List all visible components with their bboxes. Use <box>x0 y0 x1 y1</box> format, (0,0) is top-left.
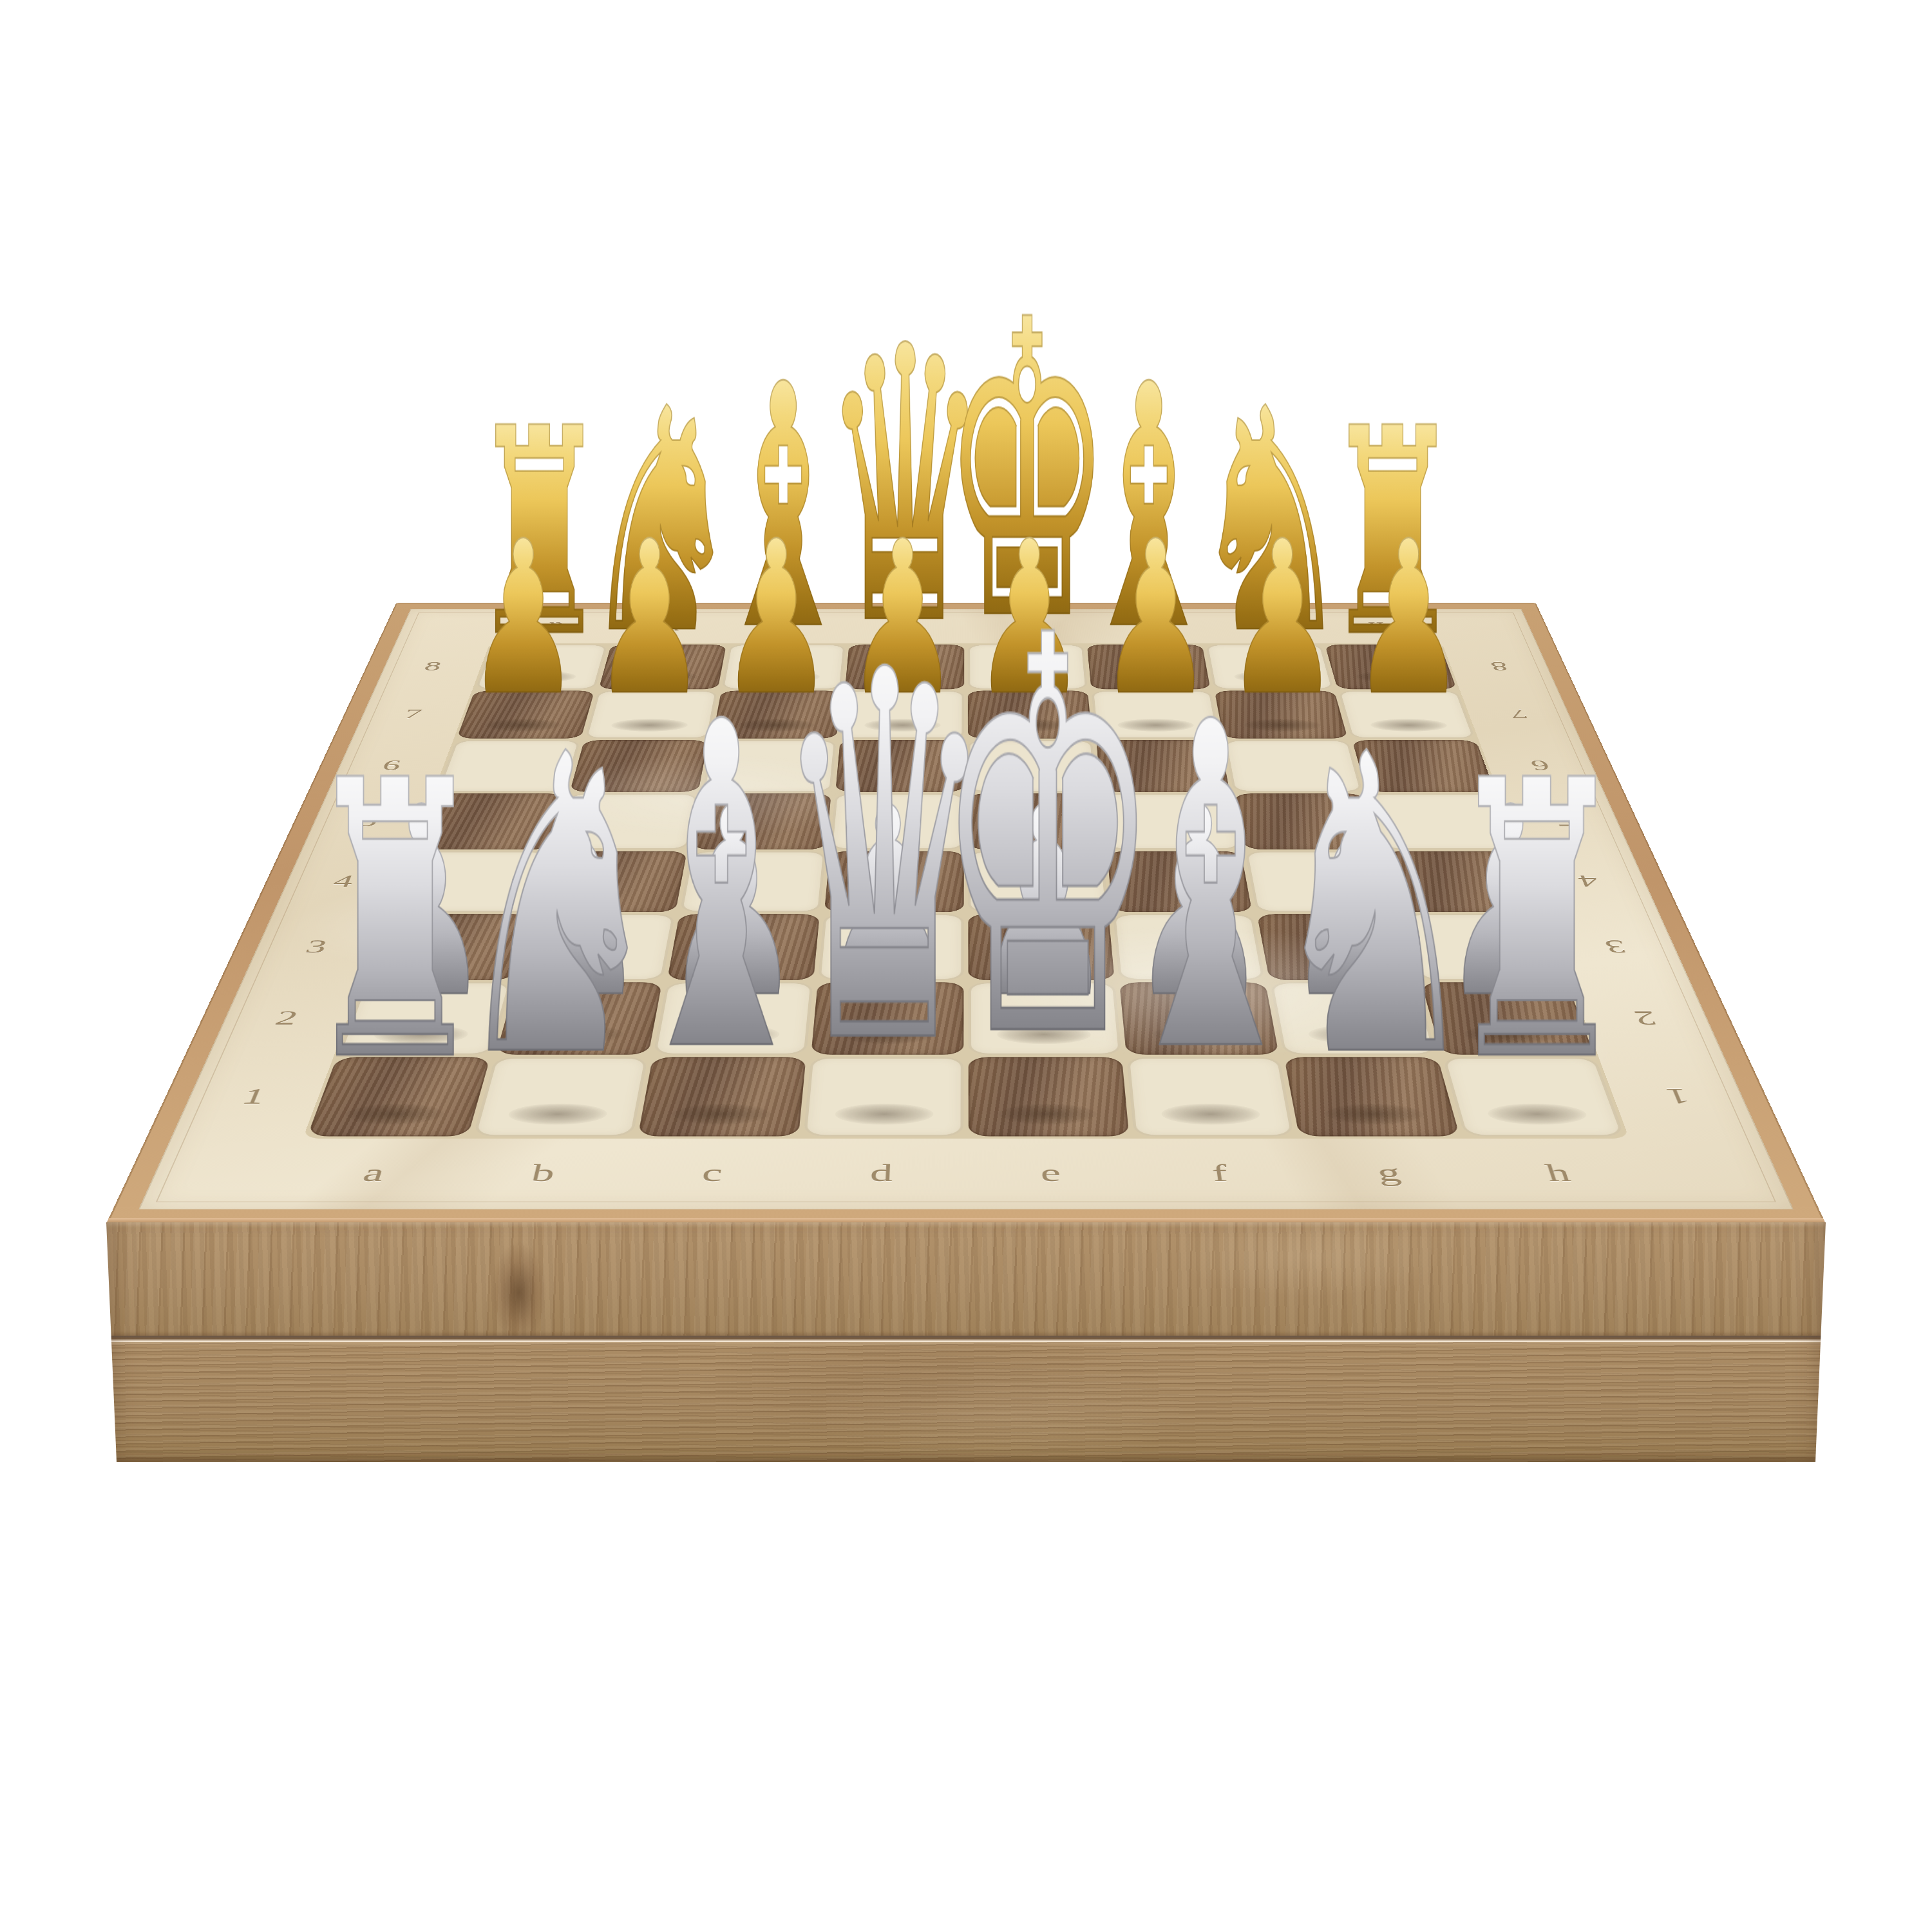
box-lid-front <box>106 1222 1826 1336</box>
square-b1[interactable]: ♞ <box>473 1057 649 1136</box>
chessboard-grid: ♜♞♝♛♚♝♞♜♟♟♟♟♟♟♟♟♟♟♟♟♟♟♟♟♜♞♝♛♚♝♞♜ <box>303 643 1629 1138</box>
file-label-top-h: h <box>1314 609 1443 643</box>
marble-border: abcdefgh abcdefgh 12345678 12345678 ♜♞♝♛… <box>138 609 1794 1209</box>
square-e1[interactable]: ♚ <box>969 1057 1129 1136</box>
file-label-a: a <box>276 1139 468 1210</box>
file-label-top-d: d <box>847 609 966 643</box>
box-lid-seam <box>106 1336 1826 1342</box>
rank-label-right-3: 3 <box>1544 913 1690 981</box>
file-label-top-a: a <box>489 609 618 643</box>
file-label-top-b: b <box>609 609 734 643</box>
file-label-top-e: e <box>966 609 1085 643</box>
file-label-h: h <box>1463 1139 1656 1210</box>
file-label-top-c: c <box>728 609 850 643</box>
box-base-front <box>106 1342 1826 1462</box>
file-label-top-f: f <box>1082 609 1204 643</box>
file-label-g: g <box>1298 1139 1484 1210</box>
file-labels-top: abcdefgh <box>489 609 1442 643</box>
wooden-box-front <box>106 1222 1826 1462</box>
rank-label-right-4: 4 <box>1520 850 1660 913</box>
file-label-b: b <box>448 1139 634 1210</box>
file-labels-bottom: abcdefgh <box>276 1139 1656 1210</box>
rank-label-right-7: 7 <box>1460 690 1580 739</box>
chess-scene: abcdefgh abcdefgh 12345678 12345678 ♜♞♝♛… <box>106 605 1826 1224</box>
square-h1[interactable]: ♜ <box>1442 1057 1625 1136</box>
board-top: abcdefgh abcdefgh 12345678 12345678 ♜♞♝♛… <box>106 603 1826 1224</box>
file-label-c: c <box>621 1139 800 1210</box>
file-label-e: e <box>966 1139 1139 1210</box>
rank-label-right-8: 8 <box>1443 643 1558 689</box>
file-label-f: f <box>1132 1139 1311 1210</box>
file-label-d: d <box>793 1139 966 1210</box>
square-g1[interactable]: ♞ <box>1284 1057 1460 1136</box>
file-label-top-g: g <box>1198 609 1323 643</box>
